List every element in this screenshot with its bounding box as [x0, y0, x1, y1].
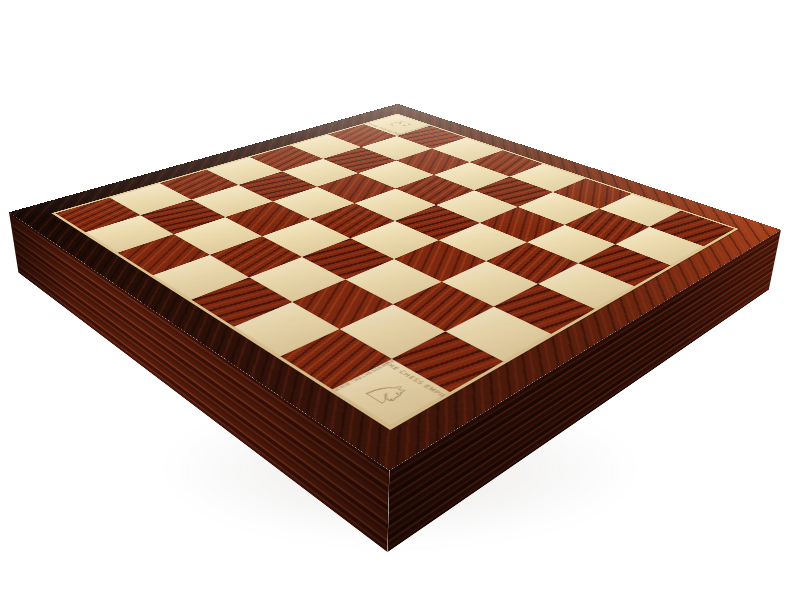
square-r7c5[interactable]: [234, 302, 340, 356]
square-r6c7[interactable]: [392, 331, 503, 392]
square-r7c3[interactable]: [153, 255, 249, 300]
chess-board: THE CHESS EMPIRE ♘ WWW.THECHESSEMPIRE.CO…: [9, 104, 781, 471]
square-r4c6[interactable]: [442, 261, 538, 306]
square-r7c7[interactable]: [332, 359, 449, 426]
playing-area: THE CHESS EMPIRE ♘ WWW.THECHESSEMPIRE.CO…: [51, 114, 738, 430]
square-r5c7[interactable]: [445, 307, 551, 362]
square-r6c3[interactable]: [210, 236, 302, 277]
brand-arc-text: THE CHESS EMPIRE: [382, 360, 447, 397]
square-r7c1[interactable]: [85, 215, 173, 253]
square-r5c5[interactable]: [346, 259, 442, 304]
square-r6c4[interactable]: [249, 257, 345, 302]
board-photo-scene: THE CHESS EMPIRE ♘ WWW.THECHESSEMPIRE.CO…: [0, 0, 800, 600]
brand-url-text: WWW.THECHESSEMPIRE.COM: [332, 363, 388, 393]
square-r5c6[interactable]: [393, 282, 494, 332]
square-r3c5[interactable]: [439, 223, 527, 261]
square-r6c5[interactable]: [292, 280, 393, 329]
brand-logo-near-corner: THE CHESS EMPIRE ♘ WWW.THECHESSEMPIRE.CO…: [332, 359, 449, 426]
square-r5c3[interactable]: [262, 219, 350, 257]
square-r7c4[interactable]: [191, 277, 292, 326]
square-r7c6[interactable]: [281, 329, 392, 389]
square-r4c7[interactable]: [494, 284, 595, 334]
square-r7c2[interactable]: [118, 234, 210, 275]
knight-outline-icon: ♘: [337, 365, 439, 424]
square-r6c6[interactable]: [340, 304, 446, 359]
square-r6c2[interactable]: [174, 217, 262, 255]
square-r2c6[interactable]: [527, 225, 615, 263]
square-r4c4[interactable]: [350, 221, 438, 259]
square-r3c6[interactable]: [486, 242, 578, 284]
square-r3c7[interactable]: [538, 263, 634, 309]
square-r2c7[interactable]: [578, 244, 670, 286]
square-r5c4[interactable]: [302, 238, 394, 279]
square-r4c5[interactable]: [394, 240, 486, 282]
square-r1c7[interactable]: [615, 227, 703, 266]
